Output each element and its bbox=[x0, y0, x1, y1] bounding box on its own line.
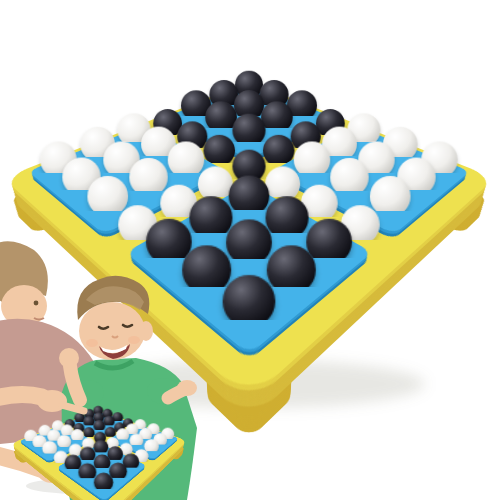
piece-black[interactable] bbox=[232, 114, 265, 147]
product-photo bbox=[0, 0, 500, 500]
piece-black[interactable] bbox=[94, 454, 111, 471]
piece-white[interactable] bbox=[130, 158, 168, 196]
left-child-pointing-finger bbox=[62, 405, 84, 411]
piece-white[interactable] bbox=[370, 176, 411, 217]
piece-white[interactable] bbox=[167, 141, 203, 177]
right-child-reaching-hand bbox=[177, 380, 197, 396]
right-child-blush-right bbox=[128, 336, 140, 344]
piece-white[interactable] bbox=[87, 176, 128, 217]
pointing-hand-overlay bbox=[0, 375, 140, 445]
right-child-raised-hand bbox=[59, 348, 79, 368]
right-child-blush-left bbox=[86, 339, 98, 347]
piece-white[interactable] bbox=[330, 158, 368, 196]
piece-black[interactable] bbox=[94, 473, 113, 492]
left-child-eye bbox=[34, 301, 39, 306]
